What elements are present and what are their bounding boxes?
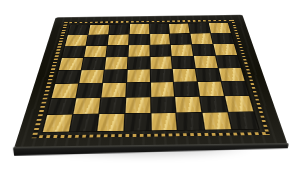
- square-r3-c7: [216, 55, 241, 67]
- square-r0-c1: [88, 25, 109, 35]
- square-r2-c2: [106, 45, 128, 56]
- square-r3-c6: [194, 56, 218, 68]
- square-r4-c7: [219, 68, 245, 81]
- square-r2-c3: [128, 45, 149, 56]
- photo-background: [0, 0, 290, 170]
- square-r0-c3: [129, 24, 149, 34]
- square-r1-c3: [129, 34, 149, 45]
- square-r5-c3: [126, 83, 150, 97]
- square-r0-c0: [68, 25, 89, 35]
- square-r2-c6: [192, 44, 215, 55]
- inlay-frame-bottom: [32, 132, 270, 138]
- square-r4-c4: [150, 69, 173, 82]
- square-r7-c7: [229, 112, 259, 129]
- square-r1-c6: [191, 33, 213, 44]
- board-grid: [41, 23, 259, 133]
- square-r6-c1: [73, 98, 100, 114]
- square-r5-c1: [76, 83, 101, 98]
- square-r6-c5: [176, 97, 202, 113]
- square-r3-c4: [150, 56, 172, 68]
- square-r0-c4: [150, 24, 170, 34]
- square-r2-c4: [150, 45, 171, 56]
- square-r3-c1: [82, 57, 105, 69]
- square-r0-c5: [169, 24, 189, 34]
- square-r4-c6: [196, 68, 221, 81]
- scene: [0, 0, 290, 170]
- square-r5-c6: [198, 82, 224, 96]
- square-r2-c7: [214, 44, 238, 55]
- square-r7-c3: [124, 114, 150, 131]
- square-r1-c1: [86, 35, 108, 46]
- square-r5-c4: [150, 82, 174, 96]
- square-r6-c0: [47, 99, 75, 115]
- square-r7-c2: [97, 114, 124, 131]
- square-r2-c0: [62, 46, 85, 58]
- square-r2-c1: [84, 46, 106, 58]
- square-r1-c2: [108, 34, 129, 45]
- square-r6-c3: [125, 97, 150, 113]
- square-r4-c1: [79, 70, 103, 83]
- square-r1-c0: [65, 35, 87, 46]
- square-r7-c6: [203, 112, 231, 129]
- square-r1-c7: [211, 33, 234, 44]
- square-r7-c5: [177, 113, 204, 130]
- square-r2-c5: [171, 44, 193, 55]
- square-r7-c1: [70, 114, 98, 131]
- square-r5-c0: [52, 84, 78, 99]
- square-r1-c5: [170, 34, 191, 45]
- square-r7-c0: [43, 115, 72, 132]
- square-r6-c2: [99, 98, 125, 114]
- square-r3-c3: [127, 57, 149, 69]
- square-r5-c2: [101, 83, 126, 98]
- square-r0-c2: [109, 24, 129, 34]
- square-r4-c0: [55, 70, 80, 83]
- square-r6-c4: [151, 97, 176, 113]
- square-r6-c6: [200, 96, 227, 112]
- square-r0-c7: [209, 23, 231, 33]
- square-r5-c7: [222, 81, 249, 95]
- square-r3-c5: [172, 56, 195, 68]
- chess-board: [14, 15, 288, 149]
- square-r3-c0: [59, 58, 83, 70]
- square-r3-c2: [105, 57, 128, 69]
- square-r4-c3: [127, 69, 150, 82]
- square-r0-c6: [189, 23, 210, 33]
- square-r1-c4: [150, 34, 170, 45]
- square-r6-c7: [225, 96, 253, 112]
- square-r5-c5: [174, 82, 199, 96]
- square-r4-c2: [103, 70, 126, 83]
- square-r4-c5: [173, 69, 197, 82]
- square-r7-c4: [151, 113, 177, 130]
